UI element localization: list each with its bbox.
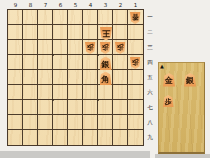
file-label: 7	[38, 2, 53, 9]
page-edge-strip	[155, 154, 210, 158]
file-label: 5	[68, 2, 83, 9]
piece-3四[interactable]: 銀	[100, 57, 112, 71]
piece-4三[interactable]: 歩	[85, 42, 96, 54]
tsume-shogi-widget: 987654321 一二三四五六七八九 香王歩歩歩歩銀角 ▲ 金銀歩	[0, 0, 210, 158]
piece-3二[interactable]: 王	[100, 27, 112, 41]
rank-label: 九	[146, 130, 154, 145]
piece-glyph: 王	[100, 27, 112, 37]
piece-glyph: 歩	[130, 57, 141, 66]
rank-label: 六	[146, 85, 154, 100]
file-label: 8	[23, 2, 38, 9]
piece-3五[interactable]: 角	[100, 72, 112, 86]
rank-label: 一	[146, 10, 154, 25]
piece-glyph: 金	[163, 77, 175, 87]
piece-2三[interactable]: 歩	[115, 42, 126, 54]
piece-glyph: 歩	[163, 99, 174, 108]
hand-piece-金[interactable]: 金	[163, 73, 175, 87]
piece-glyph: 角	[100, 76, 112, 86]
hand-piece-歩[interactable]: 歩	[163, 95, 174, 107]
rank-labels: 一二三四五六七八九	[146, 10, 154, 145]
hand-pieces-layer: 金銀歩	[159, 63, 204, 152]
piece-glyph: 歩	[115, 42, 126, 51]
file-label: 9	[8, 2, 23, 9]
piece-glyph: 歩	[85, 42, 96, 51]
rank-label: 二	[146, 25, 154, 40]
file-label: 4	[83, 2, 98, 9]
file-label: 1	[128, 2, 143, 9]
rank-label: 五	[146, 70, 154, 85]
board-pieces-layer: 香王歩歩歩歩銀角	[8, 10, 143, 145]
piece-1一[interactable]: 香	[130, 12, 141, 24]
komadai: ▲ 金銀歩	[158, 62, 205, 154]
piece-glyph: 香	[130, 12, 141, 21]
piece-3三[interactable]: 歩	[100, 42, 111, 54]
piece-1四[interactable]: 歩	[130, 57, 141, 69]
piece-glyph: 銀	[100, 61, 112, 71]
rank-label: 四	[146, 55, 154, 70]
file-label: 3	[98, 2, 113, 9]
hand-piece-銀[interactable]: 銀	[184, 73, 196, 87]
page-edge-strip	[0, 151, 150, 158]
piece-glyph: 銀	[184, 77, 196, 87]
rank-label: 三	[146, 40, 154, 55]
file-label: 2	[113, 2, 128, 9]
file-labels: 987654321	[8, 2, 143, 9]
rank-label: 八	[146, 115, 154, 130]
piece-glyph: 歩	[100, 42, 111, 51]
file-label: 6	[53, 2, 68, 9]
rank-label: 七	[146, 100, 154, 115]
